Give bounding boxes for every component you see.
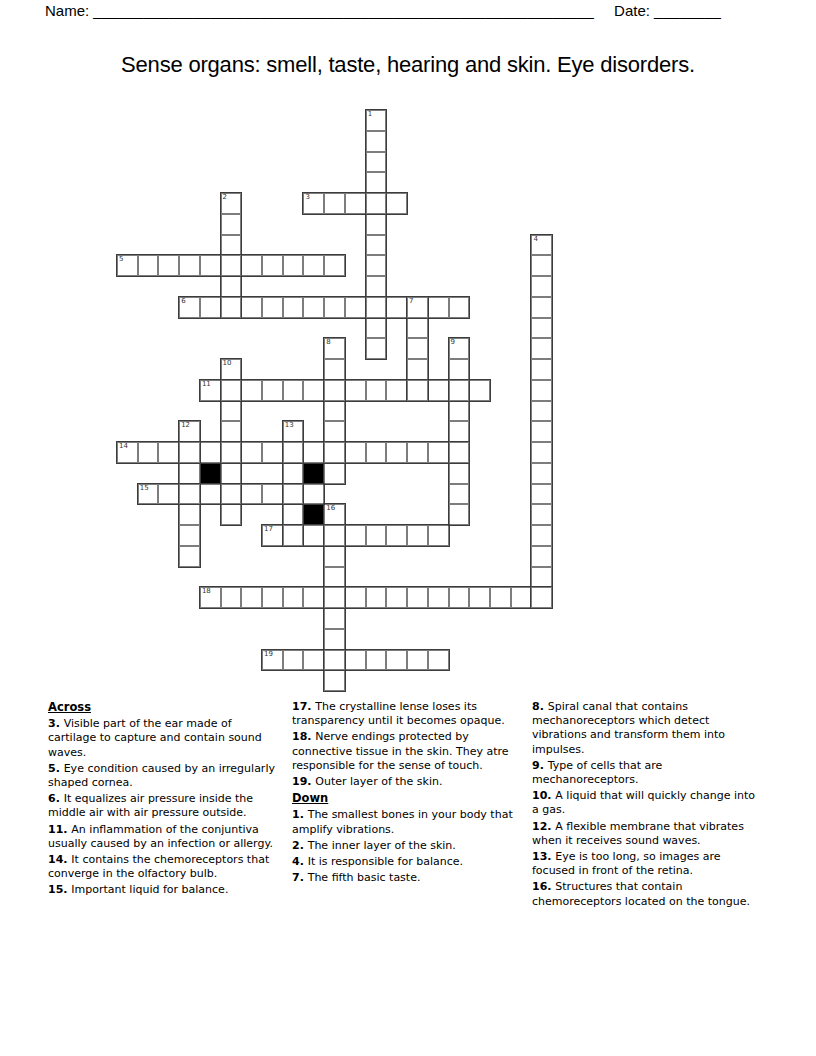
grid-cell[interactable] [366, 338, 387, 359]
name-blank-line[interactable]: ________________________________________… [93, 2, 594, 19]
cell-number: 6 [181, 297, 185, 305]
grid-cell[interactable] [386, 525, 407, 546]
grid-cell[interactable] [345, 525, 366, 546]
clue-number: 1. [292, 808, 308, 821]
grid-cell[interactable] [221, 504, 242, 525]
cell-number: 2 [223, 193, 227, 201]
grid-cell[interactable] [428, 442, 449, 463]
grid-cell[interactable] [303, 442, 324, 463]
grid-cell[interactable] [324, 629, 345, 650]
cell-number: 10 [223, 359, 232, 367]
cell-number: 4 [533, 235, 537, 243]
grid-cell[interactable] [428, 380, 449, 401]
grid-cell[interactable] [241, 442, 262, 463]
grid-cell[interactable] [179, 525, 200, 546]
grid-cell[interactable] [531, 359, 552, 380]
grid-cell[interactable] [283, 650, 304, 671]
grid-cell[interactable] [283, 297, 304, 318]
cell-number: 14 [119, 442, 128, 450]
grid-cell[interactable] [469, 587, 490, 608]
grid-cell[interactable] [407, 525, 428, 546]
grid-cell[interactable] [449, 421, 470, 442]
grid-cell[interactable] [428, 650, 449, 671]
grid-cell[interactable] [179, 504, 200, 525]
grid-cell[interactable] [531, 442, 552, 463]
clue-item: 1. The smallest bones in your body that … [292, 808, 520, 836]
grid-cell[interactable] [221, 214, 242, 235]
grid-cell[interactable] [221, 276, 242, 297]
grid-cell[interactable]: 19 [262, 650, 283, 671]
grid-cell[interactable] [366, 255, 387, 276]
grid-cell[interactable] [490, 587, 511, 608]
grid-cell[interactable] [241, 484, 262, 505]
clue-number: 13. [532, 850, 555, 863]
cell-number: 5 [119, 255, 123, 263]
grid-cell[interactable] [262, 255, 283, 276]
grid-cell[interactable] [345, 297, 366, 318]
grid-cell[interactable] [303, 255, 324, 276]
grid-cell[interactable]: 8 [324, 338, 345, 359]
clue-item: 3. Visible part of the ear made of carti… [48, 717, 276, 760]
grid-cell[interactable] [241, 380, 262, 401]
grid-cell[interactable]: 10 [221, 359, 242, 380]
grid-cell[interactable]: 6 [179, 297, 200, 318]
grid-cell[interactable] [531, 255, 552, 276]
grid-cell[interactable] [449, 463, 470, 484]
grid-cell[interactable]: 1 [366, 110, 387, 131]
date-blank-line[interactable]: ________ [654, 2, 721, 19]
cell-number: 19 [264, 650, 273, 658]
grid-cell[interactable] [428, 587, 449, 608]
grid-cell[interactable]: 3 [303, 193, 324, 214]
black-cell [303, 463, 324, 484]
grid-cell[interactable] [449, 401, 470, 422]
grid-cell[interactable] [158, 484, 179, 505]
grid-cell[interactable] [283, 442, 304, 463]
grid-cell[interactable] [386, 442, 407, 463]
grid-cell[interactable] [241, 297, 262, 318]
grid-cell[interactable] [386, 380, 407, 401]
grid-cell[interactable] [531, 338, 552, 359]
grid-cell[interactable] [449, 504, 470, 525]
grid-cell[interactable] [283, 463, 304, 484]
clue-item: 16. Structures that contain chemorecepto… [532, 880, 760, 908]
grid-cell[interactable] [407, 359, 428, 380]
grid-cell[interactable] [200, 297, 221, 318]
grid-cell[interactable] [303, 380, 324, 401]
grid-cell[interactable] [531, 546, 552, 567]
grid-cell[interactable] [366, 235, 387, 256]
grid-cell[interactable] [303, 297, 324, 318]
cell-number: 9 [451, 338, 455, 346]
puzzle-title: Sense organs: smell, taste, hearing and … [0, 52, 816, 78]
grid-cell[interactable] [324, 546, 345, 567]
grid-cell[interactable] [366, 214, 387, 235]
grid-cell[interactable] [303, 650, 324, 671]
grid-cell[interactable] [200, 255, 221, 276]
grid-cell[interactable] [407, 380, 428, 401]
cell-number: 7 [409, 297, 413, 305]
grid-cell[interactable] [283, 380, 304, 401]
grid-cell[interactable] [345, 442, 366, 463]
grid-cell[interactable] [449, 297, 470, 318]
clue-item: 6. It equalizes air pressure inside the … [48, 792, 276, 820]
black-cell [200, 463, 221, 484]
grid-cell[interactable] [179, 463, 200, 484]
clue-item: 7. The fifth basic taste. [292, 871, 520, 885]
clue-item: 2. The inner layer of the skin. [292, 839, 520, 853]
grid-cell[interactable] [138, 442, 159, 463]
clue-number: 4. [292, 855, 308, 868]
clue-item: 19. Outer layer of the skin. [292, 775, 520, 789]
grid-cell[interactable] [221, 401, 242, 422]
grid-cell[interactable]: 15 [138, 484, 159, 505]
cell-number: 3 [305, 193, 309, 201]
grid-cell[interactable] [200, 442, 221, 463]
grid-cell[interactable] [345, 587, 366, 608]
clue-item: 8. Spiral canal that contains mechanorec… [532, 700, 760, 757]
grid-cell[interactable] [531, 463, 552, 484]
grid-cell[interactable] [428, 525, 449, 546]
grid-cell[interactable] [179, 546, 200, 567]
grid-cell[interactable] [283, 484, 304, 505]
grid-cell[interactable] [262, 587, 283, 608]
grid-cell[interactable] [324, 359, 345, 380]
grid-cell[interactable]: 5 [117, 255, 138, 276]
grid-cell[interactable]: 2 [221, 193, 242, 214]
grid-cell[interactable] [221, 587, 242, 608]
grid-cell[interactable] [511, 587, 532, 608]
cell-number: 15 [140, 484, 149, 492]
grid-cell[interactable] [345, 650, 366, 671]
grid-cell[interactable] [531, 421, 552, 442]
grid-cell[interactable] [179, 442, 200, 463]
grid-cell[interactable]: 7 [407, 297, 428, 318]
worksheet-page: Name: __________________________________… [0, 0, 816, 1056]
cell-number: 11 [202, 380, 211, 388]
grid-cell[interactable] [324, 255, 345, 276]
clue-number: 3. [48, 717, 64, 730]
grid-cell[interactable] [303, 484, 324, 505]
clue-column-2: 17. The crystalline lense loses its tran… [292, 700, 520, 887]
grid-cell[interactable] [262, 442, 283, 463]
grid-cell[interactable] [366, 442, 387, 463]
grid-cell[interactable]: 14 [117, 442, 138, 463]
grid-cell[interactable] [366, 131, 387, 152]
clue-number: 18. [292, 730, 315, 743]
clue-item: 15. Important liquid for balance. [48, 883, 276, 897]
grid-cell[interactable] [407, 442, 428, 463]
name-date-row: Name: __________________________________… [45, 2, 721, 19]
grid-cell[interactable] [366, 587, 387, 608]
grid-cell[interactable] [262, 484, 283, 505]
grid-cell[interactable] [366, 297, 387, 318]
grid-cell[interactable] [324, 567, 345, 588]
clue-column-1: Across3. Visible part of the ear made of… [48, 700, 276, 900]
clue-list-header: Down [292, 791, 520, 805]
grid-cell[interactable] [531, 525, 552, 546]
grid-cell[interactable] [531, 297, 552, 318]
clue-number: 8. [532, 700, 548, 713]
grid-cell[interactable] [179, 255, 200, 276]
clue-item: 4. It is responsible for balance. [292, 855, 520, 869]
grid-cell[interactable] [345, 193, 366, 214]
clue-number: 16. [532, 880, 555, 893]
grid-cell[interactable]: 11 [200, 380, 221, 401]
grid-cell[interactable] [138, 255, 159, 276]
grid-cell[interactable] [221, 235, 242, 256]
grid-cell[interactable] [179, 484, 200, 505]
clue-item: 14. It contains the chemoreceptors that … [48, 853, 276, 881]
grid-cell[interactable] [366, 152, 387, 173]
cell-number: 13 [285, 421, 294, 429]
grid-cell[interactable] [428, 297, 449, 318]
date-label: Date: [614, 2, 650, 19]
grid-cell[interactable] [324, 380, 345, 401]
grid-cell[interactable] [241, 255, 262, 276]
clue-number: 17. [292, 700, 315, 713]
cell-number: 17 [264, 525, 273, 533]
grid-cell[interactable] [158, 442, 179, 463]
clue-item: 10. A liquid that will quickly change in… [532, 789, 760, 817]
grid-cell[interactable]: 9 [449, 338, 470, 359]
grid-cell[interactable] [531, 484, 552, 505]
grid-cell[interactable] [366, 380, 387, 401]
clue-number: 14. [48, 853, 71, 866]
grid-cell[interactable] [324, 525, 345, 546]
grid-cell[interactable] [221, 463, 242, 484]
grid-cell[interactable]: 13 [283, 421, 304, 442]
clue-item: 11. An inflammation of the conjuntiva us… [48, 823, 276, 851]
grid-cell[interactable] [324, 587, 345, 608]
grid-cell[interactable] [283, 255, 304, 276]
grid-cell[interactable] [303, 587, 324, 608]
grid-cell[interactable] [324, 442, 345, 463]
grid-cell[interactable] [221, 442, 242, 463]
name-label: Name: [45, 2, 89, 19]
clue-list-header: Across [48, 700, 276, 714]
clue-number: 11. [48, 823, 71, 836]
grid-cell[interactable] [221, 421, 242, 442]
clue-item: 17. The crystalline lense loses its tran… [292, 700, 520, 728]
grid-cell[interactable]: 4 [531, 235, 552, 256]
grid-cell[interactable] [449, 587, 470, 608]
clue-number: 19. [292, 775, 315, 788]
grid-cell[interactable] [324, 608, 345, 629]
cell-number: 8 [326, 338, 330, 346]
grid-cell[interactable] [221, 297, 242, 318]
grid-cell[interactable] [200, 484, 221, 505]
grid-cell[interactable] [366, 525, 387, 546]
grid-cell[interactable] [366, 193, 387, 214]
grid-cell[interactable] [366, 650, 387, 671]
clue-number: 5. [48, 762, 64, 775]
grid-cell[interactable] [324, 297, 345, 318]
grid-cell[interactable]: 18 [200, 587, 221, 608]
grid-cell[interactable] [449, 359, 470, 380]
clue-number: 12. [532, 820, 555, 833]
clue-number: 10. [532, 789, 555, 802]
grid-cell[interactable] [449, 442, 470, 463]
grid-cell[interactable] [283, 525, 304, 546]
grid-cell[interactable] [262, 297, 283, 318]
grid-cell[interactable] [449, 380, 470, 401]
grid-cell[interactable]: 12 [179, 421, 200, 442]
clue-column-3: 8. Spiral canal that contains mechanorec… [532, 700, 760, 911]
grid-cell[interactable] [531, 567, 552, 588]
grid-cell[interactable] [386, 650, 407, 671]
cell-number: 12 [181, 421, 190, 429]
grid-cell[interactable] [449, 484, 470, 505]
grid-cell[interactable]: 17 [262, 525, 283, 546]
grid-cell[interactable] [531, 276, 552, 297]
grid-cell[interactable] [324, 401, 345, 422]
clue-item: 5. Eye condition caused by an irregularl… [48, 762, 276, 790]
clue-item: 9. Type of cells that are mechanorecepto… [532, 759, 760, 787]
clue-number: 7. [292, 871, 308, 884]
grid-cell[interactable] [345, 380, 366, 401]
grid-cell[interactable] [324, 463, 345, 484]
grid-cell[interactable] [366, 318, 387, 339]
grid-cell[interactable] [407, 650, 428, 671]
grid-cell[interactable] [221, 380, 242, 401]
grid-cell[interactable] [158, 255, 179, 276]
grid-cell[interactable] [469, 380, 490, 401]
grid-cell[interactable] [531, 504, 552, 525]
grid-cell[interactable] [324, 193, 345, 214]
grid-cell[interactable] [407, 587, 428, 608]
grid-cell[interactable] [324, 650, 345, 671]
grid-cell[interactable] [366, 172, 387, 193]
grid-cell[interactable] [324, 670, 345, 691]
grid-cell[interactable] [221, 484, 242, 505]
clue-number: 15. [48, 883, 71, 896]
crossword-grid: 12345678910111213141516171819 [117, 110, 553, 692]
grid-cell[interactable] [531, 318, 552, 339]
grid-cell[interactable] [366, 276, 387, 297]
grid-cell[interactable] [303, 525, 324, 546]
grid-cell[interactable] [531, 401, 552, 422]
black-cell [303, 504, 324, 525]
grid-cell[interactable] [262, 380, 283, 401]
grid-cell[interactable]: 16 [324, 504, 345, 525]
clue-item: 13. Eye is too long, so images are focus… [532, 850, 760, 878]
grid-cell[interactable] [407, 338, 428, 359]
clue-item: 18. Nerve endings protected by connectiv… [292, 730, 520, 773]
grid-cell[interactable] [531, 587, 552, 608]
grid-cell[interactable] [283, 587, 304, 608]
clue-number: 9. [532, 759, 548, 772]
grid-cell[interactable] [241, 587, 262, 608]
grid-cell[interactable] [386, 587, 407, 608]
grid-cell[interactable] [386, 297, 407, 318]
grid-cell[interactable] [221, 255, 242, 276]
cell-number: 1 [368, 110, 372, 118]
clue-item: 12. A flexible membrane that vibrates wh… [532, 820, 760, 848]
grid-cell[interactable] [531, 380, 552, 401]
grid-cell[interactable] [386, 193, 407, 214]
grid-cell[interactable] [324, 421, 345, 442]
clue-number: 6. [48, 792, 64, 805]
clue-number: 2. [292, 839, 308, 852]
cell-number: 18 [202, 587, 211, 595]
grid-cell[interactable] [283, 504, 304, 525]
cell-number: 16 [326, 504, 335, 512]
grid-cell[interactable] [407, 318, 428, 339]
